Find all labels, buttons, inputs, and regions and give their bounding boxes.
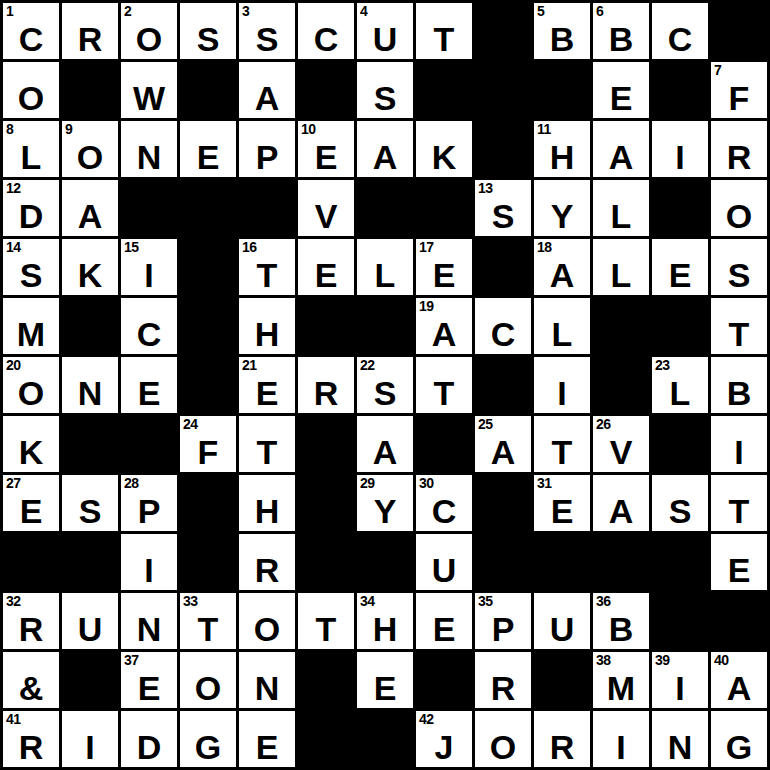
cell-letter: T (298, 612, 354, 646)
cell-letter: O (62, 140, 118, 174)
black-cell (475, 62, 531, 118)
clue-number: 29 (360, 476, 375, 490)
cell-letter: O (239, 612, 295, 646)
cell-letter: E (357, 671, 413, 705)
cell-letter: V (593, 435, 649, 469)
cell-r5c11[interactable]: L (593, 239, 649, 295)
cell-r1c7[interactable]: 4U (357, 3, 413, 59)
cell-r5c2[interactable]: K (62, 239, 118, 295)
cell-letter: A (593, 140, 649, 174)
cell-r13c1[interactable]: 41R (3, 711, 59, 767)
black-cell (652, 62, 708, 118)
cell-letter: T (180, 612, 236, 646)
cell-r13c11[interactable]: I (593, 711, 649, 767)
black-cell (62, 62, 118, 118)
cell-r11c11[interactable]: 36B (593, 593, 649, 649)
cell-r7c10[interactable]: I (534, 357, 590, 413)
cell-letter: S (3, 258, 59, 292)
clue-number: 33 (183, 594, 198, 608)
cell-r13c5[interactable]: E (239, 711, 295, 767)
clue-number: 41 (6, 712, 21, 726)
cell-letter: T (534, 435, 590, 469)
cell-r5c13[interactable]: S (711, 239, 767, 295)
cell-letter: U (62, 612, 118, 646)
cell-letter: N (121, 140, 177, 174)
clue-number: 2 (124, 4, 131, 18)
cell-letter: T (711, 494, 767, 528)
clue-number: 37 (124, 653, 139, 667)
cell-letter: A (593, 494, 649, 528)
clue-number: 30 (419, 476, 434, 490)
clue-number: 42 (419, 712, 434, 726)
cell-r7c6[interactable]: R (298, 357, 354, 413)
cell-r1c8[interactable]: T (416, 3, 472, 59)
clue-number: 28 (124, 476, 139, 490)
cell-r5c12[interactable]: E (652, 239, 708, 295)
cell-letter: A (711, 671, 767, 705)
cell-r10c3[interactable]: I (121, 534, 177, 590)
cell-r9c2[interactable]: S (62, 475, 118, 531)
cell-r7c7[interactable]: 22S (357, 357, 413, 413)
cell-r8c9[interactable]: 25A (475, 416, 531, 472)
black-cell (475, 121, 531, 177)
cell-letter: H (534, 140, 590, 174)
cell-letter: E (711, 553, 767, 587)
black-cell (416, 652, 472, 708)
cell-letter: W (121, 81, 177, 115)
cell-letter: O (3, 376, 59, 410)
cell-r10c13[interactable]: E (711, 534, 767, 590)
cell-r5c1[interactable]: 14S (3, 239, 59, 295)
cell-r13c3[interactable]: D (121, 711, 177, 767)
black-cell (534, 534, 590, 590)
cell-r7c2[interactable]: N (62, 357, 118, 413)
black-cell (652, 180, 708, 236)
cell-r1c4[interactable]: S (180, 3, 236, 59)
cell-r1c5[interactable]: 3S (239, 3, 295, 59)
cell-r6c10[interactable]: L (534, 298, 590, 354)
cell-r2c7[interactable]: S (357, 62, 413, 118)
cell-letter: E (298, 258, 354, 292)
cell-r12c11[interactable]: 38M (593, 652, 649, 708)
cell-letter: O (3, 81, 59, 115)
cell-r9c13[interactable]: T (711, 475, 767, 531)
cell-r10c5[interactable]: R (239, 534, 295, 590)
clue-number: 26 (596, 417, 611, 431)
cell-r11c3[interactable]: N (121, 593, 177, 649)
cell-letter: I (121, 258, 177, 292)
cell-r4c9[interactable]: 13S (475, 180, 531, 236)
cell-letter: L (3, 140, 59, 174)
cell-r1c6[interactable]: C (298, 3, 354, 59)
cell-r8c1[interactable]: K (3, 416, 59, 472)
cell-r13c12[interactable]: N (652, 711, 708, 767)
cell-r3c2[interactable]: 9O (62, 121, 118, 177)
cell-r3c5[interactable]: P (239, 121, 295, 177)
black-cell (475, 357, 531, 413)
cell-r8c11[interactable]: 26V (593, 416, 649, 472)
cell-letter: O (180, 671, 236, 705)
black-cell (180, 475, 236, 531)
cell-r12c9[interactable]: R (475, 652, 531, 708)
black-cell (298, 711, 354, 767)
cell-r12c4[interactable]: O (180, 652, 236, 708)
cell-r3c13[interactable]: R (711, 121, 767, 177)
cell-r6c1[interactable]: M (3, 298, 59, 354)
cell-letter: E (298, 140, 354, 174)
cell-r3c7[interactable]: A (357, 121, 413, 177)
cell-r13c8[interactable]: 42J (416, 711, 472, 767)
black-cell (357, 180, 413, 236)
clue-number: 27 (6, 476, 21, 490)
cell-r11c6[interactable]: T (298, 593, 354, 649)
black-cell (180, 180, 236, 236)
clue-number: 7 (714, 63, 721, 77)
cell-letter: C (298, 22, 354, 56)
cell-r5c3[interactable]: 15I (121, 239, 177, 295)
cell-letter: T (416, 22, 472, 56)
cell-r9c12[interactable]: S (652, 475, 708, 531)
cell-letter: C (652, 22, 708, 56)
cell-letter: C (475, 317, 531, 351)
cell-r4c13[interactable]: O (711, 180, 767, 236)
cell-r11c9[interactable]: 35P (475, 593, 531, 649)
black-cell (593, 357, 649, 413)
cell-letter: U (416, 553, 472, 587)
black-cell (239, 180, 295, 236)
cell-letter: E (121, 376, 177, 410)
cell-r12c3[interactable]: 37E (121, 652, 177, 708)
cell-r3c6[interactable]: 10E (298, 121, 354, 177)
cell-r1c1[interactable]: 1C (3, 3, 59, 59)
clue-number: 34 (360, 594, 375, 608)
cell-letter: I (652, 140, 708, 174)
cell-r7c8[interactable]: T (416, 357, 472, 413)
cell-letter: P (121, 494, 177, 528)
cell-letter: L (534, 317, 590, 351)
clue-number: 5 (537, 4, 544, 18)
cell-letter: E (121, 671, 177, 705)
cell-letter: Y (534, 199, 590, 233)
cell-r11c2[interactable]: U (62, 593, 118, 649)
black-cell (416, 416, 472, 472)
cell-letter: R (475, 671, 531, 705)
clue-number: 40 (714, 653, 729, 667)
black-cell (298, 652, 354, 708)
cell-r11c4[interactable]: 33T (180, 593, 236, 649)
clue-number: 25 (478, 417, 493, 431)
cell-r5c5[interactable]: 16T (239, 239, 295, 295)
black-cell (357, 534, 413, 590)
cell-r7c5[interactable]: 21E (239, 357, 295, 413)
clue-number: 3 (242, 4, 249, 18)
clue-number: 32 (6, 594, 21, 608)
black-cell (62, 416, 118, 472)
cell-r11c7[interactable]: 34H (357, 593, 413, 649)
cell-letter: E (416, 612, 472, 646)
cell-r11c1[interactable]: 32R (3, 593, 59, 649)
clue-number: 4 (360, 4, 367, 18)
cell-letter: B (711, 376, 767, 410)
cell-r9c10[interactable]: 31E (534, 475, 590, 531)
black-cell (416, 180, 472, 236)
black-cell (652, 298, 708, 354)
cell-r5c10[interactable]: 18A (534, 239, 590, 295)
cell-r4c6[interactable]: V (298, 180, 354, 236)
black-cell (298, 416, 354, 472)
cell-r9c3[interactable]: 28P (121, 475, 177, 531)
black-cell (534, 62, 590, 118)
clue-number: 9 (65, 122, 72, 136)
cell-r1c11[interactable]: 6B (593, 3, 649, 59)
black-cell (416, 62, 472, 118)
black-cell (357, 298, 413, 354)
cell-letter: L (357, 258, 413, 292)
cell-letter: A (534, 258, 590, 292)
cell-r8c4[interactable]: 24F (180, 416, 236, 472)
cell-r5c8[interactable]: 17E (416, 239, 472, 295)
clue-number: 35 (478, 594, 493, 608)
cell-letter: O (121, 22, 177, 56)
crossword-grid: 1CR2OS3SC4UT5B6BCOWASE7F8L9ONEP10EAK11HA… (0, 0, 770, 770)
cell-letter: A (62, 199, 118, 233)
cell-r9c1[interactable]: 27E (3, 475, 59, 531)
clue-number: 8 (6, 122, 13, 136)
cell-letter: E (239, 376, 295, 410)
cell-r6c13[interactable]: T (711, 298, 767, 354)
clue-number: 36 (596, 594, 611, 608)
clue-number: 14 (6, 240, 21, 254)
clue-number: 31 (537, 476, 552, 490)
cell-letter: I (121, 553, 177, 587)
cell-letter: E (652, 258, 708, 292)
cell-letter: K (62, 258, 118, 292)
cell-letter: F (711, 81, 767, 115)
cell-letter: H (239, 494, 295, 528)
clue-number: 22 (360, 358, 375, 372)
cell-letter: K (416, 140, 472, 174)
cell-letter: K (3, 435, 59, 469)
black-cell (298, 475, 354, 531)
cell-r1c3[interactable]: 2O (121, 3, 177, 59)
cell-r8c7[interactable]: A (357, 416, 413, 472)
black-cell (298, 298, 354, 354)
cell-letter: O (711, 199, 767, 233)
cell-letter: J (416, 730, 472, 764)
cell-letter: B (593, 22, 649, 56)
clue-number: 17 (419, 240, 434, 254)
clue-number: 21 (242, 358, 257, 372)
cell-letter: I (62, 730, 118, 764)
cell-letter: L (593, 199, 649, 233)
cell-r1c2[interactable]: R (62, 3, 118, 59)
clue-number: 12 (6, 181, 21, 195)
cell-letter: G (180, 730, 236, 764)
black-cell (298, 534, 354, 590)
cell-letter: R (239, 553, 295, 587)
cell-letter: E (593, 81, 649, 115)
cell-r5c7[interactable]: L (357, 239, 413, 295)
cell-letter: O (475, 730, 531, 764)
cell-letter: N (652, 730, 708, 764)
black-cell (180, 357, 236, 413)
cell-letter: Y (357, 494, 413, 528)
cell-r4c11[interactable]: L (593, 180, 649, 236)
cell-letter: I (534, 376, 590, 410)
cell-r10c8[interactable]: U (416, 534, 472, 590)
cell-r3c11[interactable]: A (593, 121, 649, 177)
cell-r3c3[interactable]: N (121, 121, 177, 177)
cell-letter: N (121, 612, 177, 646)
cell-r9c5[interactable]: H (239, 475, 295, 531)
cell-letter: I (711, 435, 767, 469)
cell-r3c4[interactable]: E (180, 121, 236, 177)
cell-letter: E (180, 140, 236, 174)
cell-letter: I (593, 730, 649, 764)
cell-r4c1[interactable]: 12D (3, 180, 59, 236)
cell-r12c12[interactable]: 39I (652, 652, 708, 708)
cell-r11c5[interactable]: O (239, 593, 295, 649)
clue-number: 24 (183, 417, 198, 431)
cell-letter: S (239, 22, 295, 56)
clue-number: 18 (537, 240, 552, 254)
black-cell (121, 416, 177, 472)
cell-letter: U (534, 612, 590, 646)
cell-letter: H (357, 612, 413, 646)
cell-r13c4[interactable]: G (180, 711, 236, 767)
cell-r7c3[interactable]: E (121, 357, 177, 413)
cell-r13c2[interactable]: I (62, 711, 118, 767)
black-cell (62, 298, 118, 354)
clue-number: 39 (655, 653, 670, 667)
cell-r6c8[interactable]: 19A (416, 298, 472, 354)
cell-r13c13[interactable]: G (711, 711, 767, 767)
cell-r9c7[interactable]: 29Y (357, 475, 413, 531)
cell-letter: S (62, 494, 118, 528)
cell-r9c8[interactable]: 30C (416, 475, 472, 531)
cell-letter: E (3, 494, 59, 528)
cell-letter: R (298, 376, 354, 410)
cell-letter: C (3, 22, 59, 56)
cell-letter: A (239, 81, 295, 115)
cell-letter: S (711, 258, 767, 292)
cell-letter: L (652, 376, 708, 410)
cell-letter: M (3, 317, 59, 351)
cell-r6c9[interactable]: C (475, 298, 531, 354)
black-cell (298, 62, 354, 118)
cell-r6c5[interactable]: H (239, 298, 295, 354)
cell-r2c13[interactable]: 7F (711, 62, 767, 118)
cell-letter: & (3, 671, 59, 705)
cell-letter: T (416, 376, 472, 410)
cell-r2c11[interactable]: E (593, 62, 649, 118)
black-cell (652, 416, 708, 472)
clue-number: 10 (301, 122, 316, 136)
cell-letter: L (593, 258, 649, 292)
cell-letter: M (593, 671, 649, 705)
cell-letter: H (239, 317, 295, 351)
cell-letter: A (357, 435, 413, 469)
cell-r3c8[interactable]: K (416, 121, 472, 177)
black-cell (475, 475, 531, 531)
black-cell (475, 3, 531, 59)
cell-letter: A (416, 317, 472, 351)
cell-r13c9[interactable]: O (475, 711, 531, 767)
black-cell (121, 180, 177, 236)
black-cell (62, 534, 118, 590)
black-cell (593, 534, 649, 590)
cell-r1c12[interactable]: C (652, 3, 708, 59)
cell-r11c8[interactable]: E (416, 593, 472, 649)
clue-number: 38 (596, 653, 611, 667)
black-cell (652, 593, 708, 649)
cell-r2c3[interactable]: W (121, 62, 177, 118)
cell-r7c1[interactable]: 20O (3, 357, 59, 413)
cell-r11c10[interactable]: U (534, 593, 590, 649)
cell-r13c10[interactable]: R (534, 711, 590, 767)
cell-r8c13[interactable]: I (711, 416, 767, 472)
cell-letter: P (475, 612, 531, 646)
black-cell (180, 534, 236, 590)
cell-r2c5[interactable]: A (239, 62, 295, 118)
cell-r1c10[interactable]: 5B (534, 3, 590, 59)
clue-number: 19 (419, 299, 434, 313)
black-cell (180, 62, 236, 118)
black-cell (475, 534, 531, 590)
black-cell (3, 534, 59, 590)
black-cell (62, 652, 118, 708)
cell-letter: S (357, 81, 413, 115)
clue-number: 15 (124, 240, 139, 254)
cell-letter: A (475, 435, 531, 469)
cell-letter: P (239, 140, 295, 174)
cell-letter: A (357, 140, 413, 174)
cell-letter: D (3, 199, 59, 233)
cell-r5c6[interactable]: E (298, 239, 354, 295)
cell-letter: S (180, 22, 236, 56)
cell-letter: T (239, 258, 295, 292)
cell-r12c7[interactable]: E (357, 652, 413, 708)
cell-letter: V (298, 199, 354, 233)
black-cell (357, 711, 413, 767)
clue-number: 20 (6, 358, 21, 372)
clue-number: 6 (596, 4, 603, 18)
cell-r12c1[interactable]: & (3, 652, 59, 708)
cell-r3c10[interactable]: 11H (534, 121, 590, 177)
clue-number: 23 (655, 358, 670, 372)
cell-r8c10[interactable]: T (534, 416, 590, 472)
cell-r3c12[interactable]: I (652, 121, 708, 177)
cell-r9c11[interactable]: A (593, 475, 649, 531)
cell-r7c13[interactable]: B (711, 357, 767, 413)
cell-letter: F (180, 435, 236, 469)
cell-r6c3[interactable]: C (121, 298, 177, 354)
cell-letter: B (593, 612, 649, 646)
cell-r7c12[interactable]: 23L (652, 357, 708, 413)
cell-r3c1[interactable]: 8L (3, 121, 59, 177)
black-cell (652, 534, 708, 590)
cell-r4c10[interactable]: Y (534, 180, 590, 236)
cell-r2c1[interactable]: O (3, 62, 59, 118)
black-cell (180, 239, 236, 295)
black-cell (593, 298, 649, 354)
cell-r8c5[interactable]: T (239, 416, 295, 472)
cell-r12c13[interactable]: 40A (711, 652, 767, 708)
cell-r4c2[interactable]: A (62, 180, 118, 236)
cell-letter: N (62, 376, 118, 410)
cell-letter: T (239, 435, 295, 469)
cell-r12c5[interactable]: N (239, 652, 295, 708)
